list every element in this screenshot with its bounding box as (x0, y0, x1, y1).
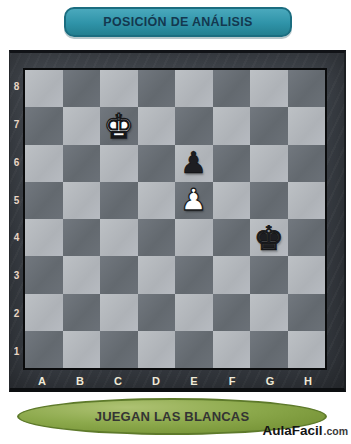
square-f5[interactable] (213, 182, 251, 219)
square-a3[interactable] (25, 256, 63, 293)
square-b5[interactable] (63, 182, 101, 219)
file-label-e: E (175, 372, 213, 390)
square-h2[interactable] (288, 294, 326, 331)
file-label-c: C (99, 372, 137, 390)
brand-suffix: .com (323, 425, 348, 437)
square-c5[interactable] (100, 182, 138, 219)
rank-label-7: 7 (10, 106, 23, 144)
white-pawn: ♟ (180, 185, 207, 215)
square-e4[interactable] (175, 219, 213, 256)
square-e3[interactable] (175, 256, 213, 293)
square-d7[interactable] (138, 107, 176, 144)
square-g8[interactable] (250, 70, 288, 107)
file-label-f: F (213, 372, 251, 390)
square-a2[interactable] (25, 294, 63, 331)
file-label-a: A (23, 372, 61, 390)
black-pawn: ♟ (180, 148, 207, 178)
square-f7[interactable] (213, 107, 251, 144)
file-label-h: H (289, 372, 327, 390)
square-g3[interactable] (250, 256, 288, 293)
square-g6[interactable] (250, 145, 288, 182)
square-f1[interactable] (213, 331, 251, 368)
rank-label-8: 8 (10, 68, 23, 106)
black-king: ♚ (254, 221, 284, 255)
square-b6[interactable] (63, 145, 101, 182)
square-e8[interactable] (175, 70, 213, 107)
square-c1[interactable] (100, 331, 138, 368)
square-f3[interactable] (213, 256, 251, 293)
analysis-banner: POSICIÓN DE ANÁLISIS (64, 7, 292, 37)
square-e6[interactable]: ♟ (175, 145, 213, 182)
file-label-b: B (61, 372, 99, 390)
square-g1[interactable] (250, 331, 288, 368)
board-frame: 87654321 ♚♟♟♚ ABCDEFGH (9, 50, 346, 392)
square-h3[interactable] (288, 256, 326, 293)
square-g4[interactable]: ♚ (250, 219, 288, 256)
square-c3[interactable] (100, 256, 138, 293)
square-c6[interactable] (100, 145, 138, 182)
rank-label-1: 1 (10, 332, 23, 370)
square-c8[interactable] (100, 70, 138, 107)
rank-label-3: 3 (10, 257, 23, 295)
rank-label-4: 4 (10, 219, 23, 257)
brand-watermark: AulaFacil.com (262, 423, 348, 438)
square-d5[interactable] (138, 182, 176, 219)
square-h1[interactable] (288, 331, 326, 368)
square-h4[interactable] (288, 219, 326, 256)
square-d6[interactable] (138, 145, 176, 182)
square-h7[interactable] (288, 107, 326, 144)
square-a1[interactable] (25, 331, 63, 368)
square-e7[interactable] (175, 107, 213, 144)
analysis-banner-label: POSICIÓN DE ANÁLISIS (103, 15, 252, 29)
square-e2[interactable] (175, 294, 213, 331)
file-label-g: G (251, 372, 289, 390)
square-a4[interactable] (25, 219, 63, 256)
file-labels: ABCDEFGH (23, 372, 327, 390)
square-g7[interactable] (250, 107, 288, 144)
square-f4[interactable] (213, 219, 251, 256)
page: POSICIÓN DE ANÁLISIS 87654321 ♚♟♟♚ ABCDE… (0, 0, 351, 444)
square-b1[interactable] (63, 331, 101, 368)
square-f2[interactable] (213, 294, 251, 331)
square-b7[interactable] (63, 107, 101, 144)
square-b8[interactable] (63, 70, 101, 107)
rank-label-5: 5 (10, 181, 23, 219)
rank-label-6: 6 (10, 144, 23, 182)
square-c4[interactable] (100, 219, 138, 256)
square-b2[interactable] (63, 294, 101, 331)
square-d1[interactable] (138, 331, 176, 368)
brand-name: AulaFacil (262, 423, 322, 438)
square-a6[interactable] (25, 145, 63, 182)
square-e5[interactable]: ♟ (175, 182, 213, 219)
square-b3[interactable] (63, 256, 101, 293)
white-king: ♚ (104, 109, 134, 143)
chess-board: ♚♟♟♚ (23, 68, 327, 370)
square-c2[interactable] (100, 294, 138, 331)
rank-label-2: 2 (10, 295, 23, 333)
square-h8[interactable] (288, 70, 326, 107)
square-a8[interactable] (25, 70, 63, 107)
square-g2[interactable] (250, 294, 288, 331)
square-f8[interactable] (213, 70, 251, 107)
square-a7[interactable] (25, 107, 63, 144)
square-c7[interactable]: ♚ (100, 107, 138, 144)
square-f6[interactable] (213, 145, 251, 182)
square-h6[interactable] (288, 145, 326, 182)
square-b4[interactable] (63, 219, 101, 256)
turn-banner-label: JUEGAN LAS BLANCAS (95, 409, 250, 424)
rank-labels: 87654321 (10, 68, 23, 370)
square-e1[interactable] (175, 331, 213, 368)
square-a5[interactable] (25, 182, 63, 219)
square-h5[interactable] (288, 182, 326, 219)
square-d3[interactable] (138, 256, 176, 293)
file-label-d: D (137, 372, 175, 390)
square-g5[interactable] (250, 182, 288, 219)
square-d8[interactable] (138, 70, 176, 107)
square-d2[interactable] (138, 294, 176, 331)
square-d4[interactable] (138, 219, 176, 256)
